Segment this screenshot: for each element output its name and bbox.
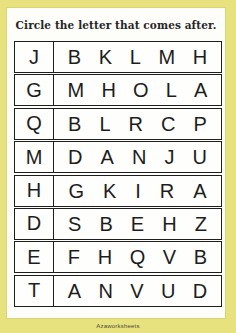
option-letter: K bbox=[103, 181, 116, 201]
options-cells: SBEHZ bbox=[54, 209, 221, 239]
option-letter: B bbox=[68, 114, 81, 134]
option-letter: O bbox=[133, 80, 149, 100]
options-cells: DANJU bbox=[54, 142, 221, 172]
option-letter: Q bbox=[130, 247, 146, 267]
option-letter: A bbox=[194, 80, 207, 100]
option-letter: U bbox=[192, 147, 206, 167]
grid-row-5: HGKIRA bbox=[14, 175, 222, 207]
option-letter: H bbox=[193, 47, 207, 67]
grid-row-4: MDANJU bbox=[14, 141, 222, 173]
letter-grid: JBKLMHGMHOLAQBLRCPMDANJUHGKIRADSBEHZEFHQ… bbox=[14, 41, 222, 307]
option-letter: E bbox=[131, 214, 144, 234]
grid-row-6: DSBEHZ bbox=[14, 208, 222, 240]
option-letter: A bbox=[193, 181, 206, 201]
option-letter: V bbox=[130, 281, 143, 301]
option-letter: H bbox=[98, 247, 112, 267]
option-letter: L bbox=[130, 47, 141, 67]
option-letter: B bbox=[99, 214, 112, 234]
option-letter: V bbox=[163, 247, 176, 267]
prompt-letter: T bbox=[15, 276, 54, 306]
options-cells: ANVUD bbox=[54, 276, 221, 306]
options-cells: GKIRA bbox=[54, 176, 221, 206]
prompt-letter: M bbox=[15, 142, 54, 172]
option-letter: P bbox=[194, 114, 207, 134]
option-letter: M bbox=[68, 80, 85, 100]
option-letter: D bbox=[68, 147, 82, 167]
option-letter: G bbox=[68, 181, 84, 201]
grid-row-3: QBLRCP bbox=[14, 108, 222, 140]
option-letter: I bbox=[135, 181, 141, 201]
option-letter: F bbox=[68, 247, 80, 267]
worksheet-title: Circle the letter that comes after. bbox=[7, 19, 225, 31]
options-cells: BLRCP bbox=[54, 109, 221, 139]
option-letter: N bbox=[132, 147, 146, 167]
options-cells: FHQVB bbox=[54, 242, 221, 272]
option-letter: H bbox=[162, 214, 176, 234]
worksheet-page: Circle the letter that comes after. JBKL… bbox=[0, 0, 236, 333]
grid-row-8: TANVUD bbox=[14, 275, 222, 307]
worksheet-paper: Circle the letter that comes after. JBKL… bbox=[7, 8, 225, 318]
option-letter: L bbox=[99, 114, 110, 134]
option-letter: R bbox=[160, 181, 174, 201]
option-letter: M bbox=[158, 47, 175, 67]
option-letter: J bbox=[164, 147, 174, 167]
option-letter: A bbox=[101, 147, 114, 167]
prompt-letter: Q bbox=[15, 109, 54, 139]
option-letter: B bbox=[194, 247, 207, 267]
option-letter: L bbox=[166, 80, 177, 100]
prompt-letter: J bbox=[15, 42, 54, 72]
option-letter: B bbox=[68, 47, 81, 67]
option-letter: R bbox=[129, 114, 143, 134]
grid-row-1: JBKLMH bbox=[14, 41, 222, 73]
option-letter: N bbox=[98, 281, 112, 301]
option-letter: H bbox=[101, 80, 115, 100]
grid-row-2: GMHOLA bbox=[14, 74, 222, 106]
option-letter: D bbox=[193, 281, 207, 301]
footer-credit: Azaworksheets bbox=[0, 323, 236, 329]
option-letter: K bbox=[99, 47, 112, 67]
prompt-letter: D bbox=[15, 209, 54, 239]
grid-row-7: EFHQVB bbox=[14, 241, 222, 273]
option-letter: U bbox=[161, 281, 175, 301]
prompt-letter: G bbox=[15, 75, 54, 105]
options-cells: MHOLA bbox=[54, 75, 221, 105]
option-letter: S bbox=[68, 214, 81, 234]
options-cells: BKLMH bbox=[54, 42, 221, 72]
prompt-letter: E bbox=[15, 242, 54, 272]
option-letter: A bbox=[68, 281, 81, 301]
prompt-letter: H bbox=[15, 176, 54, 206]
option-letter: C bbox=[161, 114, 175, 134]
option-letter: Z bbox=[195, 214, 207, 234]
